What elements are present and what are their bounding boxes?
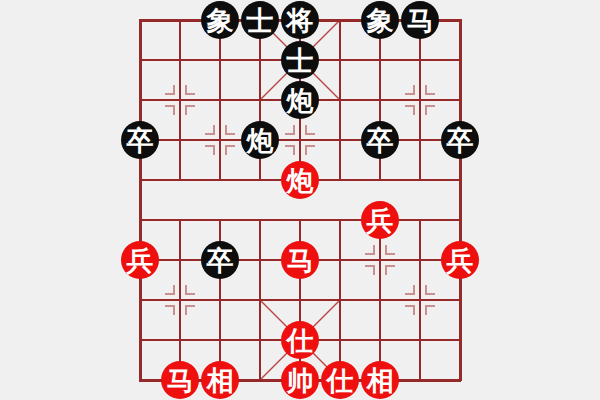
piece-label: 炮 <box>247 127 274 154</box>
piece-black-cannon-1[interactable]: 炮 <box>281 81 319 119</box>
piece-label: 仕 <box>327 367 354 394</box>
piece-red-pawn-3[interactable]: 兵 <box>441 241 479 279</box>
piece-label: 士 <box>287 47 314 74</box>
point-marker <box>285 125 295 135</box>
piece-label: 兵 <box>127 247 154 274</box>
grid-line-vertical <box>179 19 181 181</box>
piece-black-pawn-1[interactable]: 卒 <box>121 121 159 159</box>
piece-label: 炮 <box>287 87 314 114</box>
piece-label: 帅 <box>287 367 314 394</box>
point-marker <box>225 145 235 155</box>
piece-black-pawn-4[interactable]: 卒 <box>201 241 239 279</box>
grid-line-vertical <box>179 219 181 381</box>
piece-label: 卒 <box>367 127 394 154</box>
grid-line-vertical <box>339 219 341 381</box>
piece-black-elephant-1[interactable]: 象 <box>201 1 239 39</box>
piece-red-elephant-2[interactable]: 相 <box>361 361 399 399</box>
point-marker <box>165 105 175 115</box>
point-marker <box>425 305 435 315</box>
grid-line-vertical <box>339 19 341 181</box>
piece-label: 象 <box>207 7 234 34</box>
point-marker <box>425 85 435 95</box>
point-marker <box>225 125 235 135</box>
piece-red-pawn-1[interactable]: 兵 <box>121 241 159 279</box>
point-marker <box>385 245 395 255</box>
point-marker <box>405 105 415 115</box>
grid-line-vertical <box>259 219 261 381</box>
point-marker <box>365 245 375 255</box>
piece-black-advisor-1[interactable]: 士 <box>241 1 279 39</box>
piece-red-horse-2[interactable]: 马 <box>281 241 319 279</box>
point-marker <box>165 285 175 295</box>
piece-black-cannon-2[interactable]: 炮 <box>241 121 279 159</box>
piece-red-advisor-1[interactable]: 仕 <box>281 321 319 359</box>
grid-line-vertical <box>419 19 421 181</box>
piece-label: 象 <box>367 7 394 34</box>
piece-red-king[interactable]: 帅 <box>281 361 319 399</box>
xiangqi-screenshot: 象士将象马士炮卒炮卒卒炮兵兵卒马兵仕马相帅仕相 <box>0 0 600 400</box>
piece-label: 马 <box>407 7 434 34</box>
piece-black-pawn-3[interactable]: 卒 <box>441 121 479 159</box>
point-marker <box>185 85 195 95</box>
piece-label: 兵 <box>447 247 474 274</box>
point-marker <box>185 305 195 315</box>
point-marker <box>305 125 315 135</box>
point-marker <box>405 305 415 315</box>
point-marker <box>305 145 315 155</box>
piece-red-horse-1[interactable]: 马 <box>161 361 199 399</box>
point-marker <box>185 105 195 115</box>
point-marker <box>205 145 215 155</box>
piece-red-cannon[interactable]: 炮 <box>281 161 319 199</box>
piece-label: 兵 <box>367 207 394 234</box>
piece-red-pawn-2[interactable]: 兵 <box>361 201 399 239</box>
point-marker <box>165 305 175 315</box>
piece-label: 马 <box>287 247 314 274</box>
piece-label: 仕 <box>287 327 314 354</box>
piece-black-horse[interactable]: 马 <box>401 1 439 39</box>
grid-line-vertical <box>459 19 462 381</box>
piece-red-elephant-1[interactable]: 相 <box>201 361 239 399</box>
piece-label: 士 <box>247 7 274 34</box>
point-marker <box>205 125 215 135</box>
piece-black-king[interactable]: 将 <box>281 1 319 39</box>
point-marker <box>425 105 435 115</box>
piece-label: 相 <box>367 367 394 394</box>
piece-label: 卒 <box>207 247 234 274</box>
piece-black-pawn-2[interactable]: 卒 <box>361 121 399 159</box>
piece-label: 相 <box>207 367 234 394</box>
xiangqi-board[interactable]: 象士将象马士炮卒炮卒卒炮兵兵卒马兵仕马相帅仕相 <box>140 20 460 380</box>
point-marker <box>385 265 395 275</box>
piece-label: 炮 <box>287 167 314 194</box>
point-marker <box>165 85 175 95</box>
grid-line-vertical <box>379 219 381 381</box>
point-marker <box>285 145 295 155</box>
grid-line-vertical <box>419 219 421 381</box>
point-marker <box>185 285 195 295</box>
point-marker <box>425 285 435 295</box>
piece-label: 马 <box>167 367 194 394</box>
piece-black-advisor-2[interactable]: 士 <box>281 41 319 79</box>
piece-label: 卒 <box>127 127 154 154</box>
piece-label: 卒 <box>447 127 474 154</box>
piece-black-elephant-2[interactable]: 象 <box>361 1 399 39</box>
piece-label: 将 <box>287 7 314 34</box>
grid-line-vertical <box>139 19 142 381</box>
piece-red-advisor-2[interactable]: 仕 <box>321 361 359 399</box>
grid-line-vertical <box>219 19 221 181</box>
point-marker <box>405 85 415 95</box>
point-marker <box>405 285 415 295</box>
point-marker <box>365 265 375 275</box>
